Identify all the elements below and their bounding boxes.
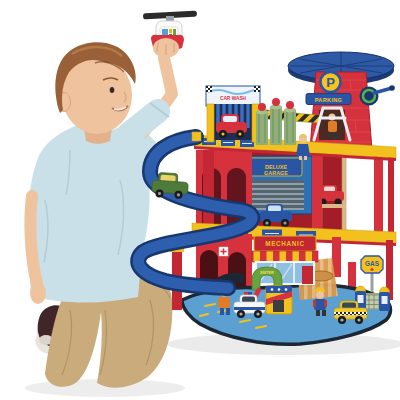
cashier-hut bbox=[364, 295, 379, 309]
car-wash bbox=[206, 86, 260, 142]
p-sign-circle bbox=[321, 72, 341, 92]
gas-station bbox=[355, 256, 390, 311]
parking-sign bbox=[306, 94, 351, 105]
eye bbox=[110, 87, 115, 93]
scene: P PARKING DELUXE GARAGE MECHANIC CAR WAS… bbox=[0, 0, 400, 400]
awning bbox=[252, 251, 318, 262]
elevator-crank bbox=[360, 85, 395, 105]
wash-brushes bbox=[256, 98, 296, 145]
tower-elevator-gate bbox=[314, 108, 350, 140]
boy bbox=[27, 42, 172, 387]
scene-art bbox=[0, 0, 400, 400]
toy-helicopter bbox=[143, 11, 197, 58]
storefront-sign bbox=[254, 236, 316, 251]
service-box bbox=[266, 286, 292, 314]
garage-sign bbox=[250, 158, 302, 176]
raised-arm bbox=[129, 58, 172, 134]
